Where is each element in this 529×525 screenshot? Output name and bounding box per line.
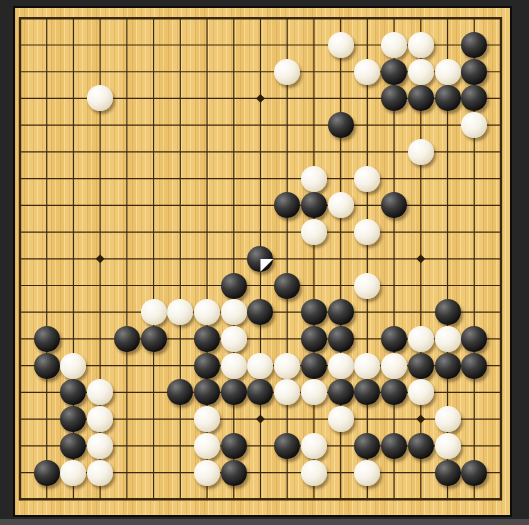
- stone-white: [221, 299, 247, 325]
- stone-black: [408, 433, 434, 459]
- stone-white: [274, 59, 300, 85]
- stone-black: [461, 460, 487, 486]
- stone-black: [221, 460, 247, 486]
- stone-black: [221, 273, 247, 299]
- stone-black: [435, 353, 461, 379]
- stone-white: [60, 353, 86, 379]
- stone-white: [435, 59, 461, 85]
- stone-black: [354, 379, 380, 405]
- stone-black: [381, 326, 407, 352]
- stone-black: [34, 353, 60, 379]
- stone-black: [354, 433, 380, 459]
- stone-white: [354, 460, 380, 486]
- stone-black: [60, 379, 86, 405]
- stone-white: [408, 32, 434, 58]
- stones-layer: [0, 0, 529, 525]
- stone-black: [461, 85, 487, 111]
- stone-white: [435, 326, 461, 352]
- stone-black: [461, 353, 487, 379]
- stone-white: [408, 139, 434, 165]
- stone-white: [328, 192, 354, 218]
- stone-white: [354, 273, 380, 299]
- last-move-triangle-icon: [260, 259, 273, 272]
- stone-black: [34, 460, 60, 486]
- stone-white: [194, 406, 220, 432]
- stone-white: [141, 299, 167, 325]
- stone-white: [221, 326, 247, 352]
- stone-black: [461, 32, 487, 58]
- stone-white: [381, 32, 407, 58]
- stone-white: [381, 353, 407, 379]
- stone-black: [221, 379, 247, 405]
- stone-black: [381, 192, 407, 218]
- stone-black: [328, 379, 354, 405]
- stone-black: [141, 326, 167, 352]
- stone-black: [34, 326, 60, 352]
- stone-white: [87, 460, 113, 486]
- stone-black: [435, 299, 461, 325]
- stone-black: [274, 192, 300, 218]
- stone-white: [461, 112, 487, 138]
- stone-white: [301, 166, 327, 192]
- stone-black: [194, 379, 220, 405]
- stone-white: [194, 299, 220, 325]
- stone-black: [301, 192, 327, 218]
- stone-white: [408, 326, 434, 352]
- stone-black: [247, 299, 273, 325]
- stone-white: [354, 59, 380, 85]
- stone-black: [301, 326, 327, 352]
- stone-black: [408, 85, 434, 111]
- stone-black: [461, 59, 487, 85]
- stone-white: [194, 460, 220, 486]
- stone-black: [194, 326, 220, 352]
- stone-black: [60, 433, 86, 459]
- stone-white: [247, 353, 273, 379]
- stone-white: [301, 379, 327, 405]
- stone-black: [167, 379, 193, 405]
- stone-white: [274, 353, 300, 379]
- stone-black: [114, 326, 140, 352]
- stone-black: [328, 112, 354, 138]
- stone-black: [221, 433, 247, 459]
- stone-white: [328, 32, 354, 58]
- stone-white: [328, 353, 354, 379]
- stone-white: [301, 433, 327, 459]
- stone-black: [435, 460, 461, 486]
- stone-black: [274, 433, 300, 459]
- stone-white: [274, 379, 300, 405]
- stone-black-last-move: [247, 246, 273, 272]
- stone-white: [408, 379, 434, 405]
- stone-white: [354, 219, 380, 245]
- stone-white: [354, 353, 380, 379]
- stone-black: [274, 273, 300, 299]
- stone-black: [381, 379, 407, 405]
- stone-white: [301, 219, 327, 245]
- stone-black: [408, 353, 434, 379]
- stone-black: [328, 299, 354, 325]
- stone-black: [301, 299, 327, 325]
- screenshot-root: [0, 0, 529, 525]
- stone-black: [381, 59, 407, 85]
- stone-white: [87, 406, 113, 432]
- stone-white: [221, 353, 247, 379]
- stone-white: [435, 406, 461, 432]
- stone-black: [247, 379, 273, 405]
- stone-white: [87, 85, 113, 111]
- stone-white: [194, 433, 220, 459]
- stone-black: [328, 326, 354, 352]
- stone-white: [301, 460, 327, 486]
- stone-white: [60, 460, 86, 486]
- stone-white: [87, 379, 113, 405]
- stone-black: [194, 353, 220, 379]
- stone-black: [381, 433, 407, 459]
- stone-black: [381, 85, 407, 111]
- stone-white: [167, 299, 193, 325]
- stone-white: [408, 59, 434, 85]
- stone-white: [328, 406, 354, 432]
- stone-black: [461, 326, 487, 352]
- stone-white: [435, 433, 461, 459]
- stone-black: [301, 353, 327, 379]
- stone-black: [60, 406, 86, 432]
- stone-black: [435, 85, 461, 111]
- stone-white: [354, 166, 380, 192]
- stone-white: [87, 433, 113, 459]
